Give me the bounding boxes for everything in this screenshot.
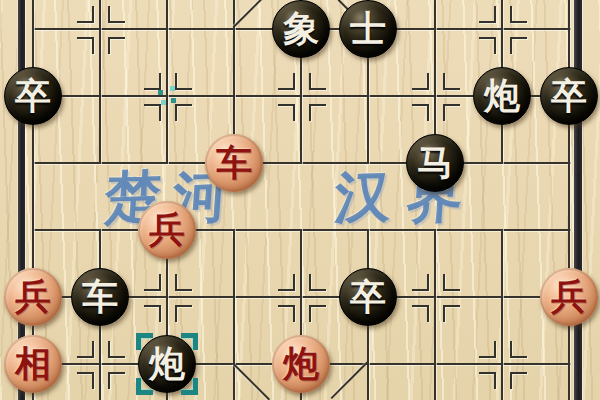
point-marker-corner: [175, 73, 192, 90]
piece-character: 车: [216, 145, 252, 181]
piece-character: 炮: [149, 346, 185, 382]
piece-character: 卒: [15, 78, 51, 114]
piece-black-horse[interactable]: 马: [406, 134, 464, 192]
grid-line-file-4: [233, 229, 235, 400]
piece-character: 兵: [15, 279, 51, 315]
point-marker-corner: [278, 274, 295, 291]
palace-diagonal: [331, 362, 368, 399]
point-marker-corner: [309, 305, 326, 322]
piece-black-soldier[interactable]: 卒: [339, 268, 397, 326]
piece-black-soldier[interactable]: 卒: [540, 67, 598, 125]
point-marker-corner: [443, 305, 460, 322]
point-marker-corner: [144, 73, 161, 90]
point-marker-corner: [108, 6, 125, 23]
point-marker-corner: [309, 104, 326, 121]
grid-line-file-3: [166, 0, 168, 164]
point-marker-corner: [77, 37, 94, 54]
xiangqi-board[interactable]: 楚河汉界象士卒炮卒车马兵兵车卒兵相炮炮: [0, 0, 600, 400]
highlight-bracket: [181, 333, 198, 350]
point-marker-corner: [510, 372, 527, 389]
point-marker-corner: [144, 305, 161, 322]
highlight-bracket: [136, 333, 153, 350]
point-marker-corner: [77, 372, 94, 389]
highlight-bracket: [181, 378, 198, 395]
point-marker-corner: [443, 73, 460, 90]
palace-diagonal: [233, 0, 263, 28]
piece-character: 卒: [350, 279, 386, 315]
piece-character: 兵: [551, 279, 587, 315]
point-marker-corner: [479, 6, 496, 23]
piece-black-cannon[interactable]: 炮: [138, 335, 196, 393]
point-marker-corner: [412, 73, 429, 90]
piece-red-chariot[interactable]: 车: [205, 134, 263, 192]
point-marker-corner: [175, 274, 192, 291]
last-move-origin-dot: [161, 100, 166, 105]
last-move-origin-dot: [171, 98, 176, 103]
point-marker-corner: [77, 6, 94, 23]
grid-line-file-7: [434, 229, 436, 400]
grid-line-file-8: [501, 229, 503, 400]
point-marker-corner: [77, 341, 94, 358]
palace-diagonal: [233, 363, 270, 400]
point-marker-corner: [412, 305, 429, 322]
piece-black-elephant[interactable]: 象: [272, 0, 330, 58]
point-marker-corner: [108, 37, 125, 54]
point-marker-corner: [479, 37, 496, 54]
piece-red-cannon[interactable]: 炮: [272, 335, 330, 393]
piece-red-soldier[interactable]: 兵: [138, 201, 196, 259]
last-move-origin-dot: [158, 90, 163, 95]
grid-line-file-2: [99, 0, 101, 164]
piece-character: 卒: [551, 78, 587, 114]
point-marker-corner: [309, 73, 326, 90]
point-marker-corner: [175, 305, 192, 322]
point-marker-corner: [278, 104, 295, 121]
river-label: 汉: [327, 163, 400, 231]
highlight-bracket: [136, 378, 153, 395]
grid-line-file-9: [568, 0, 570, 400]
point-marker-corner: [144, 104, 161, 121]
piece-character: 士: [350, 11, 386, 47]
point-marker-corner: [278, 73, 295, 90]
piece-black-chariot[interactable]: 车: [71, 268, 129, 326]
point-marker-corner: [278, 305, 295, 322]
board-grid: 楚河汉界象士卒炮卒车马兵兵车卒兵相炮炮: [0, 0, 600, 400]
point-marker-corner: [479, 341, 496, 358]
piece-character: 车: [82, 279, 118, 315]
point-marker-corner: [510, 37, 527, 54]
piece-character: 炮: [283, 346, 319, 382]
point-marker-corner: [412, 104, 429, 121]
piece-red-elephant[interactable]: 相: [4, 335, 62, 393]
piece-red-soldier[interactable]: 兵: [4, 268, 62, 326]
point-marker-corner: [443, 104, 460, 121]
piece-character: 兵: [149, 212, 185, 248]
piece-character: 炮: [484, 78, 520, 114]
point-marker-corner: [510, 341, 527, 358]
point-marker-corner: [309, 274, 326, 291]
piece-character: 马: [417, 145, 453, 181]
point-marker-corner: [443, 274, 460, 291]
piece-red-soldier[interactable]: 兵: [540, 268, 598, 326]
piece-black-advisor[interactable]: 士: [339, 0, 397, 58]
last-move-origin-dot: [170, 86, 175, 91]
point-marker-corner: [144, 274, 161, 291]
point-marker-corner: [479, 372, 496, 389]
piece-character: 相: [15, 346, 51, 382]
piece-character: 象: [283, 11, 319, 47]
piece-black-cannon[interactable]: 炮: [473, 67, 531, 125]
point-marker-corner: [175, 104, 192, 121]
piece-black-soldier[interactable]: 卒: [4, 67, 62, 125]
point-marker-corner: [108, 341, 125, 358]
point-marker-corner: [412, 274, 429, 291]
point-marker-corner: [510, 6, 527, 23]
point-marker-corner: [108, 372, 125, 389]
